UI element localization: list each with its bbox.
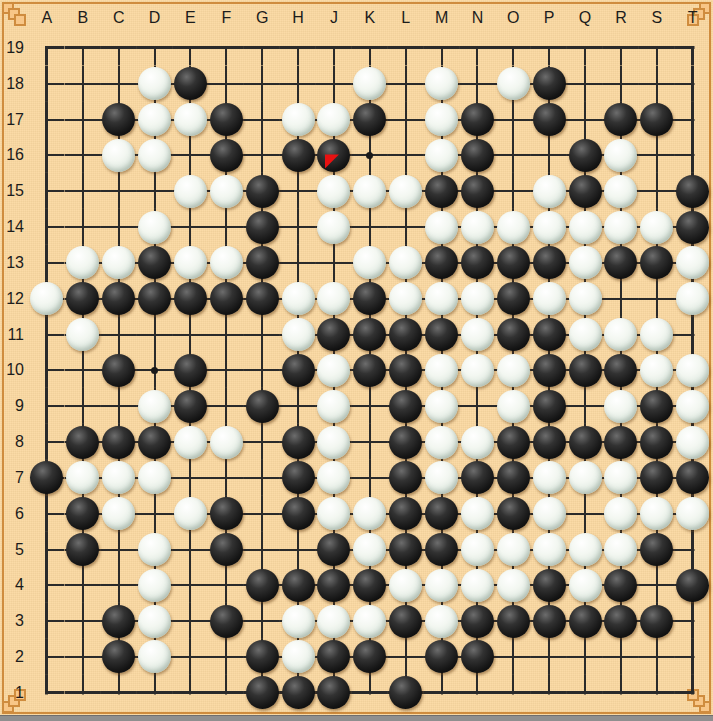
- intersection-P15[interactable]: [531, 173, 567, 209]
- intersection-N19[interactable]: [460, 30, 496, 66]
- intersection-B19[interactable]: [65, 30, 101, 66]
- intersection-A17[interactable]: [29, 102, 65, 138]
- intersection-B7[interactable]: [65, 460, 101, 496]
- intersection-S1[interactable]: [639, 675, 675, 711]
- intersection-C5[interactable]: [101, 532, 137, 568]
- intersection-F12[interactable]: [208, 281, 244, 317]
- intersection-P6[interactable]: [531, 496, 567, 532]
- intersection-E12[interactable]: [173, 281, 209, 317]
- intersection-C10[interactable]: [101, 352, 137, 388]
- intersection-S5[interactable]: [639, 532, 675, 568]
- intersection-F5[interactable]: [208, 532, 244, 568]
- intersection-S14[interactable]: [639, 209, 675, 245]
- intersection-K2[interactable]: [352, 639, 388, 675]
- intersection-B14[interactable]: [65, 209, 101, 245]
- intersection-P11[interactable]: [531, 317, 567, 353]
- intersection-H6[interactable]: [280, 496, 316, 532]
- intersection-D18[interactable]: [137, 66, 173, 102]
- intersection-C8[interactable]: [101, 424, 137, 460]
- intersection-L1[interactable]: [388, 675, 424, 711]
- intersection-D14[interactable]: [137, 209, 173, 245]
- intersection-O10[interactable]: [495, 352, 531, 388]
- intersection-N13[interactable]: [460, 245, 496, 281]
- intersection-E16[interactable]: [173, 137, 209, 173]
- intersection-N4[interactable]: [460, 567, 496, 603]
- intersection-Q12[interactable]: [567, 281, 603, 317]
- intersection-C9[interactable]: [101, 388, 137, 424]
- intersection-L13[interactable]: [388, 245, 424, 281]
- intersection-F15[interactable]: [208, 173, 244, 209]
- intersection-D16[interactable]: [137, 137, 173, 173]
- intersection-L17[interactable]: [388, 102, 424, 138]
- intersection-F18[interactable]: [208, 66, 244, 102]
- intersection-P13[interactable]: [531, 245, 567, 281]
- intersection-P9[interactable]: [531, 388, 567, 424]
- intersection-P8[interactable]: [531, 424, 567, 460]
- intersection-O2[interactable]: [495, 639, 531, 675]
- intersection-B9[interactable]: [65, 388, 101, 424]
- intersection-C15[interactable]: [101, 173, 137, 209]
- intersection-L4[interactable]: [388, 567, 424, 603]
- intersection-Q16[interactable]: [567, 137, 603, 173]
- intersection-M17[interactable]: [424, 102, 460, 138]
- intersection-Q19[interactable]: [567, 30, 603, 66]
- intersection-O1[interactable]: [495, 675, 531, 711]
- intersection-N1[interactable]: [460, 675, 496, 711]
- intersection-H2[interactable]: [280, 639, 316, 675]
- intersection-O11[interactable]: [495, 317, 531, 353]
- intersection-A15[interactable]: [29, 173, 65, 209]
- intersection-K6[interactable]: [352, 496, 388, 532]
- intersection-L12[interactable]: [388, 281, 424, 317]
- intersection-C7[interactable]: [101, 460, 137, 496]
- intersection-B18[interactable]: [65, 66, 101, 102]
- intersection-G9[interactable]: [244, 388, 280, 424]
- intersection-J11[interactable]: [316, 317, 352, 353]
- intersection-P16[interactable]: [531, 137, 567, 173]
- intersection-A18[interactable]: [29, 66, 65, 102]
- intersection-Q7[interactable]: [567, 460, 603, 496]
- intersection-E3[interactable]: [173, 603, 209, 639]
- intersection-N2[interactable]: [460, 639, 496, 675]
- intersection-P17[interactable]: [531, 102, 567, 138]
- intersection-R11[interactable]: [603, 317, 639, 353]
- intersection-R10[interactable]: [603, 352, 639, 388]
- intersection-F3[interactable]: [208, 603, 244, 639]
- intersection-O12[interactable]: [495, 281, 531, 317]
- intersection-L19[interactable]: [388, 30, 424, 66]
- intersection-J19[interactable]: [316, 30, 352, 66]
- intersection-J7[interactable]: [316, 460, 352, 496]
- intersection-O16[interactable]: [495, 137, 531, 173]
- intersection-A12[interactable]: [29, 281, 65, 317]
- intersection-G5[interactable]: [244, 532, 280, 568]
- intersection-D2[interactable]: [137, 639, 173, 675]
- intersection-D6[interactable]: [137, 496, 173, 532]
- intersection-H9[interactable]: [280, 388, 316, 424]
- intersection-G15[interactable]: [244, 173, 280, 209]
- intersection-E19[interactable]: [173, 30, 209, 66]
- intersection-D17[interactable]: [137, 102, 173, 138]
- intersection-E2[interactable]: [173, 639, 209, 675]
- intersection-J18[interactable]: [316, 66, 352, 102]
- intersection-T11[interactable]: [675, 317, 711, 353]
- intersection-B3[interactable]: [65, 603, 101, 639]
- intersection-A3[interactable]: [29, 603, 65, 639]
- intersection-D12[interactable]: [137, 281, 173, 317]
- intersection-D15[interactable]: [137, 173, 173, 209]
- intersection-L14[interactable]: [388, 209, 424, 245]
- intersection-C19[interactable]: [101, 30, 137, 66]
- intersection-T18[interactable]: [675, 66, 711, 102]
- intersection-Q1[interactable]: [567, 675, 603, 711]
- intersection-N14[interactable]: [460, 209, 496, 245]
- intersection-H19[interactable]: [280, 30, 316, 66]
- intersection-E13[interactable]: [173, 245, 209, 281]
- intersection-A5[interactable]: [29, 532, 65, 568]
- intersection-E7[interactable]: [173, 460, 209, 496]
- intersection-Q8[interactable]: [567, 424, 603, 460]
- intersection-F1[interactable]: [208, 675, 244, 711]
- intersection-C4[interactable]: [101, 567, 137, 603]
- intersection-N6[interactable]: [460, 496, 496, 532]
- intersection-T14[interactable]: [675, 209, 711, 245]
- intersection-H12[interactable]: [280, 281, 316, 317]
- intersection-O8[interactable]: [495, 424, 531, 460]
- intersection-B8[interactable]: [65, 424, 101, 460]
- intersection-K16[interactable]: [352, 137, 388, 173]
- intersection-F6[interactable]: [208, 496, 244, 532]
- intersection-G14[interactable]: [244, 209, 280, 245]
- intersection-F8[interactable]: [208, 424, 244, 460]
- intersection-G11[interactable]: [244, 317, 280, 353]
- intersection-L6[interactable]: [388, 496, 424, 532]
- intersection-M7[interactable]: [424, 460, 460, 496]
- intersection-M15[interactable]: [424, 173, 460, 209]
- intersection-Q18[interactable]: [567, 66, 603, 102]
- intersection-B16[interactable]: [65, 137, 101, 173]
- intersection-N12[interactable]: [460, 281, 496, 317]
- intersection-B13[interactable]: [65, 245, 101, 281]
- intersection-H15[interactable]: [280, 173, 316, 209]
- intersection-B11[interactable]: [65, 317, 101, 353]
- intersection-F14[interactable]: [208, 209, 244, 245]
- intersection-E9[interactable]: [173, 388, 209, 424]
- intersection-L15[interactable]: [388, 173, 424, 209]
- intersection-P19[interactable]: [531, 30, 567, 66]
- intersection-S13[interactable]: [639, 245, 675, 281]
- intersection-O4[interactable]: [495, 567, 531, 603]
- intersection-S2[interactable]: [639, 639, 675, 675]
- intersection-G17[interactable]: [244, 102, 280, 138]
- intersection-Q2[interactable]: [567, 639, 603, 675]
- intersection-N17[interactable]: [460, 102, 496, 138]
- intersection-D13[interactable]: [137, 245, 173, 281]
- intersection-D7[interactable]: [137, 460, 173, 496]
- intersection-C2[interactable]: [101, 639, 137, 675]
- intersection-D10[interactable]: [137, 352, 173, 388]
- intersection-T17[interactable]: [675, 102, 711, 138]
- intersection-M16[interactable]: [424, 137, 460, 173]
- intersection-E6[interactable]: [173, 496, 209, 532]
- intersection-J14[interactable]: [316, 209, 352, 245]
- intersection-R2[interactable]: [603, 639, 639, 675]
- intersection-E10[interactable]: [173, 352, 209, 388]
- intersection-Q15[interactable]: [567, 173, 603, 209]
- intersection-R3[interactable]: [603, 603, 639, 639]
- intersection-F13[interactable]: [208, 245, 244, 281]
- intersection-S10[interactable]: [639, 352, 675, 388]
- intersection-A10[interactable]: [29, 352, 65, 388]
- intersection-C12[interactable]: [101, 281, 137, 317]
- intersection-A2[interactable]: [29, 639, 65, 675]
- intersection-S8[interactable]: [639, 424, 675, 460]
- intersection-T2[interactable]: [675, 639, 711, 675]
- intersection-E17[interactable]: [173, 102, 209, 138]
- intersection-P7[interactable]: [531, 460, 567, 496]
- intersection-F7[interactable]: [208, 460, 244, 496]
- intersection-R12[interactable]: [603, 281, 639, 317]
- intersection-T12[interactable]: [675, 281, 711, 317]
- intersection-S16[interactable]: [639, 137, 675, 173]
- intersection-R14[interactable]: [603, 209, 639, 245]
- intersection-R9[interactable]: [603, 388, 639, 424]
- intersection-R17[interactable]: [603, 102, 639, 138]
- intersection-O19[interactable]: [495, 30, 531, 66]
- intersection-A1[interactable]: [29, 675, 65, 711]
- intersection-P4[interactable]: [531, 567, 567, 603]
- intersection-H17[interactable]: [280, 102, 316, 138]
- intersection-N15[interactable]: [460, 173, 496, 209]
- intersection-N3[interactable]: [460, 603, 496, 639]
- intersection-G18[interactable]: [244, 66, 280, 102]
- intersection-M6[interactable]: [424, 496, 460, 532]
- intersection-L2[interactable]: [388, 639, 424, 675]
- intersection-P5[interactable]: [531, 532, 567, 568]
- intersection-C14[interactable]: [101, 209, 137, 245]
- intersection-J4[interactable]: [316, 567, 352, 603]
- intersection-R5[interactable]: [603, 532, 639, 568]
- intersection-R19[interactable]: [603, 30, 639, 66]
- intersection-S11[interactable]: [639, 317, 675, 353]
- intersection-N10[interactable]: [460, 352, 496, 388]
- intersection-T6[interactable]: [675, 496, 711, 532]
- intersection-L18[interactable]: [388, 66, 424, 102]
- intersection-P14[interactable]: [531, 209, 567, 245]
- intersection-J9[interactable]: [316, 388, 352, 424]
- intersection-R1[interactable]: [603, 675, 639, 711]
- intersection-N9[interactable]: [460, 388, 496, 424]
- intersection-D9[interactable]: [137, 388, 173, 424]
- intersection-N16[interactable]: [460, 137, 496, 173]
- intersection-E1[interactable]: [173, 675, 209, 711]
- intersection-F11[interactable]: [208, 317, 244, 353]
- intersection-D19[interactable]: [137, 30, 173, 66]
- intersection-Q9[interactable]: [567, 388, 603, 424]
- intersection-Q11[interactable]: [567, 317, 603, 353]
- intersection-B15[interactable]: [65, 173, 101, 209]
- intersection-T3[interactable]: [675, 603, 711, 639]
- intersection-A13[interactable]: [29, 245, 65, 281]
- intersection-M2[interactable]: [424, 639, 460, 675]
- intersection-O9[interactable]: [495, 388, 531, 424]
- intersection-B10[interactable]: [65, 352, 101, 388]
- intersection-M9[interactable]: [424, 388, 460, 424]
- intersection-C18[interactable]: [101, 66, 137, 102]
- intersection-T15[interactable]: [675, 173, 711, 209]
- intersection-E8[interactable]: [173, 424, 209, 460]
- intersection-M18[interactable]: [424, 66, 460, 102]
- intersection-S15[interactable]: [639, 173, 675, 209]
- intersection-L3[interactable]: [388, 603, 424, 639]
- intersection-K13[interactable]: [352, 245, 388, 281]
- intersection-L9[interactable]: [388, 388, 424, 424]
- intersection-C13[interactable]: [101, 245, 137, 281]
- intersection-E5[interactable]: [173, 532, 209, 568]
- intersection-H1[interactable]: [280, 675, 316, 711]
- intersection-Q10[interactable]: [567, 352, 603, 388]
- intersection-E11[interactable]: [173, 317, 209, 353]
- intersection-H13[interactable]: [280, 245, 316, 281]
- intersection-T16[interactable]: [675, 137, 711, 173]
- intersection-J12[interactable]: [316, 281, 352, 317]
- intersection-M8[interactable]: [424, 424, 460, 460]
- intersection-T4[interactable]: [675, 567, 711, 603]
- intersection-N11[interactable]: [460, 317, 496, 353]
- intersection-C17[interactable]: [101, 102, 137, 138]
- intersection-N18[interactable]: [460, 66, 496, 102]
- intersection-R15[interactable]: [603, 173, 639, 209]
- intersection-L10[interactable]: [388, 352, 424, 388]
- intersection-P10[interactable]: [531, 352, 567, 388]
- intersection-E18[interactable]: [173, 66, 209, 102]
- intersection-S19[interactable]: [639, 30, 675, 66]
- intersection-Q3[interactable]: [567, 603, 603, 639]
- intersection-H8[interactable]: [280, 424, 316, 460]
- intersection-N7[interactable]: [460, 460, 496, 496]
- intersection-C16[interactable]: [101, 137, 137, 173]
- intersection-A16[interactable]: [29, 137, 65, 173]
- intersection-T19[interactable]: [675, 30, 711, 66]
- intersection-M13[interactable]: [424, 245, 460, 281]
- intersection-J5[interactable]: [316, 532, 352, 568]
- intersection-K11[interactable]: [352, 317, 388, 353]
- intersection-G3[interactable]: [244, 603, 280, 639]
- intersection-T8[interactable]: [675, 424, 711, 460]
- intersection-P3[interactable]: [531, 603, 567, 639]
- intersection-M11[interactable]: [424, 317, 460, 353]
- intersection-H10[interactable]: [280, 352, 316, 388]
- intersection-N5[interactable]: [460, 532, 496, 568]
- intersection-D3[interactable]: [137, 603, 173, 639]
- intersection-E4[interactable]: [173, 567, 209, 603]
- intersection-S18[interactable]: [639, 66, 675, 102]
- intersection-D5[interactable]: [137, 532, 173, 568]
- intersection-K9[interactable]: [352, 388, 388, 424]
- intersection-J6[interactable]: [316, 496, 352, 532]
- intersection-A19[interactable]: [29, 30, 65, 66]
- intersection-O6[interactable]: [495, 496, 531, 532]
- intersection-D8[interactable]: [137, 424, 173, 460]
- intersection-M10[interactable]: [424, 352, 460, 388]
- intersection-H14[interactable]: [280, 209, 316, 245]
- intersection-O14[interactable]: [495, 209, 531, 245]
- intersection-G7[interactable]: [244, 460, 280, 496]
- intersection-S4[interactable]: [639, 567, 675, 603]
- intersection-R18[interactable]: [603, 66, 639, 102]
- intersection-M4[interactable]: [424, 567, 460, 603]
- intersection-R16[interactable]: [603, 137, 639, 173]
- intersection-G1[interactable]: [244, 675, 280, 711]
- intersection-J13[interactable]: [316, 245, 352, 281]
- intersection-J2[interactable]: [316, 639, 352, 675]
- intersection-S7[interactable]: [639, 460, 675, 496]
- intersection-P12[interactable]: [531, 281, 567, 317]
- intersection-G6[interactable]: [244, 496, 280, 532]
- intersection-K10[interactable]: [352, 352, 388, 388]
- intersection-G8[interactable]: [244, 424, 280, 460]
- intersection-D4[interactable]: [137, 567, 173, 603]
- intersection-F19[interactable]: [208, 30, 244, 66]
- intersection-K3[interactable]: [352, 603, 388, 639]
- intersection-T13[interactable]: [675, 245, 711, 281]
- intersection-P2[interactable]: [531, 639, 567, 675]
- intersection-S12[interactable]: [639, 281, 675, 317]
- intersection-K1[interactable]: [352, 675, 388, 711]
- intersection-L16[interactable]: [388, 137, 424, 173]
- intersection-R7[interactable]: [603, 460, 639, 496]
- intersection-O15[interactable]: [495, 173, 531, 209]
- intersection-K5[interactable]: [352, 532, 388, 568]
- intersection-P18[interactable]: [531, 66, 567, 102]
- intersection-G13[interactable]: [244, 245, 280, 281]
- intersection-R8[interactable]: [603, 424, 639, 460]
- intersection-R4[interactable]: [603, 567, 639, 603]
- intersection-K17[interactable]: [352, 102, 388, 138]
- intersection-O18[interactable]: [495, 66, 531, 102]
- intersection-Q17[interactable]: [567, 102, 603, 138]
- intersection-C3[interactable]: [101, 603, 137, 639]
- intersection-G2[interactable]: [244, 639, 280, 675]
- intersection-B4[interactable]: [65, 567, 101, 603]
- intersection-O17[interactable]: [495, 102, 531, 138]
- intersection-S17[interactable]: [639, 102, 675, 138]
- intersection-O5[interactable]: [495, 532, 531, 568]
- intersection-G4[interactable]: [244, 567, 280, 603]
- intersection-T5[interactable]: [675, 532, 711, 568]
- intersection-J15[interactable]: [316, 173, 352, 209]
- intersection-R13[interactable]: [603, 245, 639, 281]
- intersection-D1[interactable]: [137, 675, 173, 711]
- intersection-A7[interactable]: [29, 460, 65, 496]
- intersection-M14[interactable]: [424, 209, 460, 245]
- intersection-H18[interactable]: [280, 66, 316, 102]
- intersection-O7[interactable]: [495, 460, 531, 496]
- intersection-J8[interactable]: [316, 424, 352, 460]
- intersection-L7[interactable]: [388, 460, 424, 496]
- intersection-J16[interactable]: [316, 137, 352, 173]
- intersection-B12[interactable]: [65, 281, 101, 317]
- intersection-F16[interactable]: [208, 137, 244, 173]
- intersection-T1[interactable]: [675, 675, 711, 711]
- intersection-N8[interactable]: [460, 424, 496, 460]
- intersection-A9[interactable]: [29, 388, 65, 424]
- intersection-S6[interactable]: [639, 496, 675, 532]
- intersection-S9[interactable]: [639, 388, 675, 424]
- intersection-G16[interactable]: [244, 137, 280, 173]
- intersection-C6[interactable]: [101, 496, 137, 532]
- intersection-E15[interactable]: [173, 173, 209, 209]
